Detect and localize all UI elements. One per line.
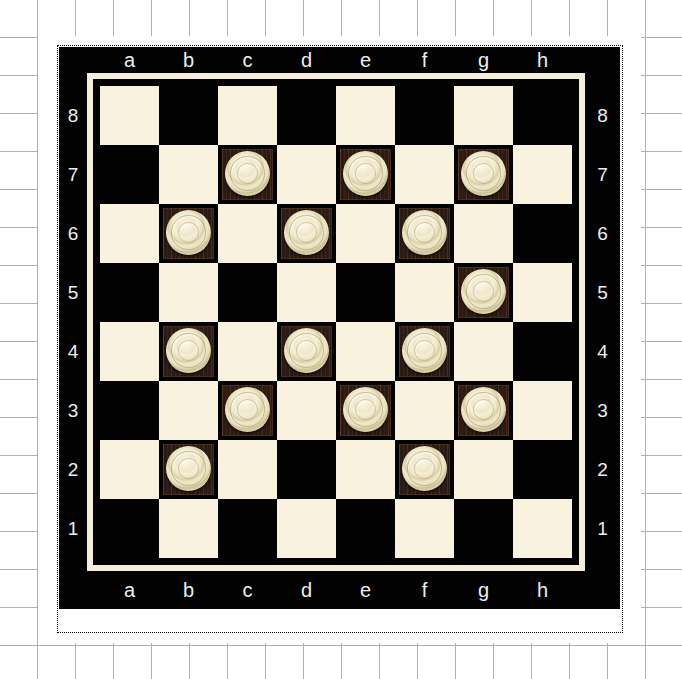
square-a4: [100, 322, 159, 381]
file-label-g: g: [478, 580, 489, 600]
file-label-a: a: [124, 50, 135, 70]
white-checker-piece: [343, 387, 388, 432]
square-e2: [336, 440, 395, 499]
square-h6: [513, 204, 572, 263]
piece-wood-backing-square: [458, 149, 509, 200]
square-b1: [159, 499, 218, 558]
white-checker-piece: [461, 269, 506, 314]
file-label-c: c: [243, 580, 253, 600]
rank-label-5: 5: [68, 283, 79, 302]
piece-wood-backing-square: [281, 326, 332, 377]
square-e8: [336, 86, 395, 145]
square-c3: [218, 381, 277, 440]
square-d1: [277, 499, 336, 558]
white-checker-piece: [225, 151, 270, 196]
square-c5: [218, 263, 277, 322]
square-f1: [395, 499, 454, 558]
square-c7: [218, 145, 277, 204]
white-checker-piece: [284, 328, 329, 373]
file-label-h: h: [537, 580, 548, 600]
square-a2: [100, 440, 159, 499]
rank-label-8: 8: [597, 106, 608, 125]
square-a7: [100, 145, 159, 204]
rank-label-6: 6: [597, 224, 608, 243]
square-g4: [454, 322, 513, 381]
square-d6: [277, 204, 336, 263]
square-a3: [100, 381, 159, 440]
square-c1: [218, 499, 277, 558]
selection-outline[interactable]: abcdefgh abcdefgh 87654321 87654321: [57, 45, 623, 633]
white-checker-piece: [225, 387, 270, 432]
white-checker-piece: [343, 151, 388, 196]
board-inner-border: [87, 73, 585, 571]
rank-label-1: 1: [68, 519, 79, 538]
square-f4: [395, 322, 454, 381]
white-checker-piece: [284, 210, 329, 255]
file-label-f: f: [422, 50, 428, 70]
rank-label-2: 2: [68, 460, 79, 479]
square-c6: [218, 204, 277, 263]
piece-wood-backing-square: [163, 208, 214, 259]
file-labels-top: abcdefgh: [100, 47, 572, 73]
square-d5: [277, 263, 336, 322]
file-label-b: b: [183, 580, 194, 600]
square-c4: [218, 322, 277, 381]
square-f3: [395, 381, 454, 440]
file-label-e: e: [360, 50, 371, 70]
piece-wood-backing-square: [163, 444, 214, 495]
square-g5: [454, 263, 513, 322]
rank-label-3: 3: [68, 401, 79, 420]
square-h5: [513, 263, 572, 322]
square-g6: [454, 204, 513, 263]
piece-wood-backing-square: [163, 326, 214, 377]
square-f6: [395, 204, 454, 263]
file-label-h: h: [537, 50, 548, 70]
square-e4: [336, 322, 395, 381]
square-h1: [513, 499, 572, 558]
square-d8: [277, 86, 336, 145]
square-g7: [454, 145, 513, 204]
rank-label-7: 7: [68, 165, 79, 184]
square-b3: [159, 381, 218, 440]
square-f2: [395, 440, 454, 499]
piece-wood-backing-square: [399, 208, 450, 259]
file-label-e: e: [360, 580, 371, 600]
square-g8: [454, 86, 513, 145]
file-labels-bottom: abcdefgh: [100, 571, 572, 609]
square-d2: [277, 440, 336, 499]
white-checker-piece: [166, 328, 211, 373]
rank-labels-left: 87654321: [59, 86, 87, 558]
square-h8: [513, 86, 572, 145]
square-d4: [277, 322, 336, 381]
white-checker-piece: [461, 387, 506, 432]
rank-label-4: 4: [597, 342, 608, 361]
piece-wood-backing-square: [399, 326, 450, 377]
piece-wood-backing-square: [222, 385, 273, 436]
rank-label-7: 7: [597, 165, 608, 184]
square-e5: [336, 263, 395, 322]
piece-wood-backing-square: [222, 149, 273, 200]
square-e6: [336, 204, 395, 263]
square-c8: [218, 86, 277, 145]
square-e1: [336, 499, 395, 558]
file-label-d: d: [301, 50, 312, 70]
rank-label-2: 2: [597, 460, 608, 479]
piece-wood-backing-square: [399, 444, 450, 495]
piece-wood-backing-square: [340, 385, 391, 436]
piece-wood-backing-square: [281, 208, 332, 259]
file-label-c: c: [243, 50, 253, 70]
piece-wood-backing-square: [458, 267, 509, 318]
square-b2: [159, 440, 218, 499]
square-h4: [513, 322, 572, 381]
square-b4: [159, 322, 218, 381]
piece-wood-backing-square: [458, 385, 509, 436]
white-checker-piece: [166, 210, 211, 255]
white-checker-piece: [402, 328, 447, 373]
file-label-f: f: [422, 580, 428, 600]
square-g1: [454, 499, 513, 558]
checkers-board-image[interactable]: abcdefgh abcdefgh 87654321 87654321: [59, 47, 620, 609]
square-f8: [395, 86, 454, 145]
file-label-a: a: [124, 580, 135, 600]
white-checker-piece: [461, 151, 506, 196]
square-c2: [218, 440, 277, 499]
square-b7: [159, 145, 218, 204]
white-checker-piece: [402, 446, 447, 491]
rank-labels-right: 87654321: [585, 86, 620, 558]
rank-label-8: 8: [68, 106, 79, 125]
square-f5: [395, 263, 454, 322]
square-g3: [454, 381, 513, 440]
file-label-g: g: [478, 50, 489, 70]
rank-label-1: 1: [597, 519, 608, 538]
board-grid: [100, 86, 572, 558]
page-canvas: abcdefgh abcdefgh 87654321 87654321: [0, 0, 682, 679]
square-d3: [277, 381, 336, 440]
square-a6: [100, 204, 159, 263]
square-d7: [277, 145, 336, 204]
rank-label-6: 6: [68, 224, 79, 243]
square-h3: [513, 381, 572, 440]
file-label-b: b: [183, 50, 194, 70]
white-checker-piece: [166, 446, 211, 491]
square-b5: [159, 263, 218, 322]
file-label-d: d: [301, 580, 312, 600]
rank-label-5: 5: [597, 283, 608, 302]
square-h2: [513, 440, 572, 499]
square-e7: [336, 145, 395, 204]
square-b8: [159, 86, 218, 145]
square-b6: [159, 204, 218, 263]
square-a8: [100, 86, 159, 145]
square-g2: [454, 440, 513, 499]
piece-wood-backing-square: [340, 149, 391, 200]
rank-label-3: 3: [597, 401, 608, 420]
rank-label-4: 4: [68, 342, 79, 361]
square-a1: [100, 499, 159, 558]
square-e3: [336, 381, 395, 440]
square-a5: [100, 263, 159, 322]
square-f7: [395, 145, 454, 204]
white-checker-piece: [402, 210, 447, 255]
square-h7: [513, 145, 572, 204]
